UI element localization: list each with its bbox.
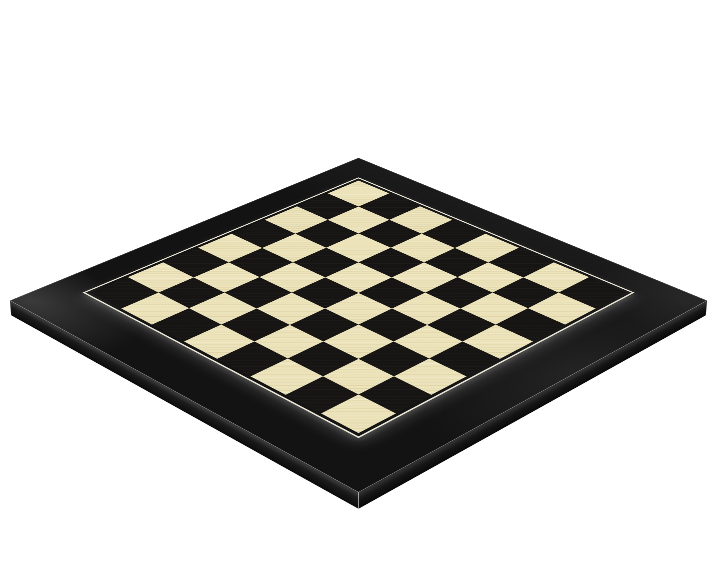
square-h6 — [496, 308, 565, 341]
chessboard-scene — [112, 54, 605, 547]
square-g2 — [323, 359, 395, 395]
square-h1 — [321, 395, 395, 433]
square-c1 — [152, 308, 221, 341]
square-e3 — [290, 308, 359, 341]
square-d1 — [184, 325, 254, 359]
square-g5 — [427, 308, 496, 341]
square-h4 — [429, 341, 500, 376]
square-e1 — [217, 341, 288, 376]
chessboard — [10, 158, 707, 493]
square-d2 — [221, 308, 290, 341]
square-f3 — [324, 325, 394, 359]
board-top-surface — [10, 158, 707, 493]
product-photo-canvas — [0, 0, 720, 576]
square-h5 — [463, 325, 533, 359]
square-f1 — [251, 359, 323, 395]
square-f2 — [288, 341, 359, 376]
square-g1 — [285, 376, 358, 413]
square-h2 — [359, 376, 432, 413]
square-f4 — [359, 308, 428, 341]
playing-field-group — [12, 152, 704, 482]
square-g4 — [393, 325, 463, 359]
square-g3 — [359, 341, 430, 376]
square-h3 — [394, 359, 466, 395]
square-e2 — [254, 325, 324, 359]
